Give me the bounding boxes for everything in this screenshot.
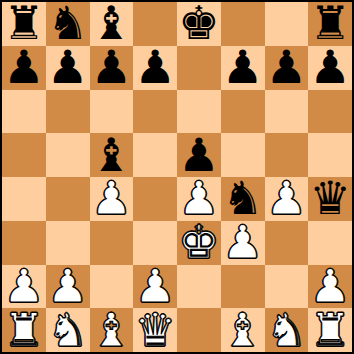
- black-knight-piece: ♞: [222, 177, 263, 220]
- square-g1[interactable]: ♞: [265, 308, 309, 352]
- square-h6[interactable]: [308, 90, 352, 134]
- chess-board: ♜♞♝♚♜♟♟♟♟♟♟♟♝♟♟♟♞♟♛♚♟♟♟♟♟♜♞♝♛♝♞♜: [0, 0, 354, 354]
- square-e6[interactable]: [177, 90, 221, 134]
- white-pawn-piece: ♟: [47, 265, 88, 308]
- white-rook-piece: ♜: [3, 309, 44, 352]
- square-f2[interactable]: [221, 265, 265, 309]
- square-b6[interactable]: [46, 90, 90, 134]
- square-a8[interactable]: ♜: [2, 2, 46, 46]
- square-f7[interactable]: ♟: [221, 46, 265, 90]
- square-h4[interactable]: ♛: [308, 177, 352, 221]
- square-g6[interactable]: [265, 90, 309, 134]
- black-knight-piece: ♞: [47, 2, 88, 45]
- white-pawn-piece: ♟: [178, 177, 219, 220]
- square-h3[interactable]: [308, 221, 352, 265]
- black-queen-piece: ♛: [310, 177, 351, 220]
- square-b5[interactable]: [46, 133, 90, 177]
- square-g3[interactable]: [265, 221, 309, 265]
- square-h7[interactable]: ♟: [308, 46, 352, 90]
- square-e1[interactable]: [177, 308, 221, 352]
- square-d1[interactable]: ♛: [133, 308, 177, 352]
- square-c6[interactable]: [90, 90, 134, 134]
- black-bishop-piece: ♝: [91, 2, 132, 45]
- square-c8[interactable]: ♝: [90, 2, 134, 46]
- square-d5[interactable]: [133, 133, 177, 177]
- white-pawn-piece: ♟: [266, 177, 307, 220]
- black-pawn-piece: ♟: [222, 46, 263, 89]
- black-pawn-piece: ♟: [266, 46, 307, 89]
- white-knight-piece: ♞: [47, 309, 88, 352]
- white-knight-piece: ♞: [266, 309, 307, 352]
- square-g8[interactable]: [265, 2, 309, 46]
- square-d2[interactable]: ♟: [133, 265, 177, 309]
- white-queen-piece: ♛: [135, 309, 176, 352]
- square-g7[interactable]: ♟: [265, 46, 309, 90]
- square-h1[interactable]: ♜: [308, 308, 352, 352]
- square-a2[interactable]: ♟: [2, 265, 46, 309]
- square-e5[interactable]: ♟: [177, 133, 221, 177]
- square-d8[interactable]: [133, 2, 177, 46]
- square-e8[interactable]: ♚: [177, 2, 221, 46]
- square-e3[interactable]: ♚: [177, 221, 221, 265]
- square-b1[interactable]: ♞: [46, 308, 90, 352]
- square-f3[interactable]: ♟: [221, 221, 265, 265]
- square-h5[interactable]: [308, 133, 352, 177]
- square-b8[interactable]: ♞: [46, 2, 90, 46]
- square-a5[interactable]: [2, 133, 46, 177]
- square-h2[interactable]: ♟: [308, 265, 352, 309]
- black-pawn-piece: ♟: [91, 46, 132, 89]
- black-pawn-piece: ♟: [135, 46, 176, 89]
- square-d3[interactable]: [133, 221, 177, 265]
- white-pawn-piece: ♟: [222, 221, 263, 264]
- square-a6[interactable]: [2, 90, 46, 134]
- black-pawn-piece: ♟: [178, 134, 219, 177]
- square-b3[interactable]: [46, 221, 90, 265]
- square-e7[interactable]: [177, 46, 221, 90]
- square-f6[interactable]: [221, 90, 265, 134]
- square-d6[interactable]: [133, 90, 177, 134]
- square-f4[interactable]: ♞: [221, 177, 265, 221]
- white-pawn-piece: ♟: [3, 265, 44, 308]
- white-king-piece: ♚: [178, 221, 219, 264]
- square-d7[interactable]: ♟: [133, 46, 177, 90]
- black-rook-piece: ♜: [310, 2, 351, 45]
- square-c5[interactable]: ♝: [90, 133, 134, 177]
- square-h8[interactable]: ♜: [308, 2, 352, 46]
- square-g4[interactable]: ♟: [265, 177, 309, 221]
- square-g5[interactable]: [265, 133, 309, 177]
- square-e4[interactable]: ♟: [177, 177, 221, 221]
- square-c2[interactable]: [90, 265, 134, 309]
- square-f8[interactable]: [221, 2, 265, 46]
- white-bishop-piece: ♝: [222, 309, 263, 352]
- square-a1[interactable]: ♜: [2, 308, 46, 352]
- square-f5[interactable]: [221, 133, 265, 177]
- white-pawn-piece: ♟: [135, 265, 176, 308]
- square-b7[interactable]: ♟: [46, 46, 90, 90]
- square-c1[interactable]: ♝: [90, 308, 134, 352]
- square-d4[interactable]: [133, 177, 177, 221]
- black-pawn-piece: ♟: [3, 46, 44, 89]
- black-pawn-piece: ♟: [310, 46, 351, 89]
- white-rook-piece: ♜: [310, 309, 351, 352]
- square-c3[interactable]: [90, 221, 134, 265]
- white-bishop-piece: ♝: [91, 309, 132, 352]
- square-e2[interactable]: [177, 265, 221, 309]
- square-g2[interactable]: [265, 265, 309, 309]
- square-f1[interactable]: ♝: [221, 308, 265, 352]
- square-a4[interactable]: [2, 177, 46, 221]
- square-a7[interactable]: ♟: [2, 46, 46, 90]
- black-king-piece: ♚: [178, 2, 219, 45]
- black-bishop-piece: ♝: [91, 134, 132, 177]
- black-pawn-piece: ♟: [47, 46, 88, 89]
- white-pawn-piece: ♟: [91, 177, 132, 220]
- square-b2[interactable]: ♟: [46, 265, 90, 309]
- white-pawn-piece: ♟: [310, 265, 351, 308]
- square-a3[interactable]: [2, 221, 46, 265]
- square-c7[interactable]: ♟: [90, 46, 134, 90]
- black-rook-piece: ♜: [3, 2, 44, 45]
- square-c4[interactable]: ♟: [90, 177, 134, 221]
- square-b4[interactable]: [46, 177, 90, 221]
